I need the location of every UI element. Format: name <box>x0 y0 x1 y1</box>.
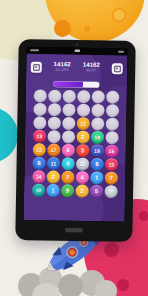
bubble-12[interactable]: 12 <box>32 143 47 157</box>
bubble-20[interactable]: 20 <box>75 157 90 171</box>
empty-bubble <box>91 90 106 104</box>
signal-icon <box>30 49 39 51</box>
empty-bubble <box>47 89 62 103</box>
bubble-1[interactable]: 1 <box>89 171 104 185</box>
bubble-20[interactable]: 20 <box>104 184 119 198</box>
empty-bubble <box>47 116 62 130</box>
tablet-screen: 14162 SCORE 14162 BEST 1213216121743 <box>24 47 128 222</box>
score-label: SCORE <box>54 68 71 72</box>
bubble-12[interactable]: 12 <box>76 117 91 131</box>
bubble-9[interactable]: 9 <box>60 184 75 198</box>
empty-bubble <box>62 89 77 103</box>
bubble-17[interactable]: 17 <box>46 143 61 157</box>
bubble-4[interactable]: 4 <box>61 143 76 157</box>
bubble-8[interactable]: 8 <box>31 156 46 170</box>
bubble-6[interactable]: 6 <box>60 157 75 171</box>
bubble-16[interactable]: 16 <box>90 130 105 144</box>
bubble-14[interactable]: 14 <box>31 170 46 184</box>
crater <box>112 8 126 22</box>
bubble-4[interactable]: 4 <box>75 170 90 184</box>
status-time <box>75 49 81 52</box>
front-camera-icon <box>76 43 79 46</box>
empty-bubble <box>105 90 120 104</box>
crater <box>54 20 71 37</box>
bubble-1[interactable]: 1 <box>46 183 61 197</box>
empty-bubble <box>47 102 62 116</box>
bubble-5[interactable]: 5 <box>89 184 104 198</box>
tablet-device: 14162 SCORE 14162 BEST 1213216121743 <box>15 39 135 242</box>
empty-bubble <box>61 130 76 144</box>
empty-bubble <box>61 116 76 130</box>
bubble-10[interactable]: 10 <box>31 183 46 197</box>
crater <box>139 211 148 221</box>
empty-bubble <box>33 89 48 103</box>
bubble-2[interactable]: 2 <box>75 130 90 144</box>
empty-bubble <box>32 102 47 116</box>
best-label: BEST <box>83 68 100 72</box>
crater <box>84 26 90 32</box>
empty-bubble <box>32 116 47 130</box>
empty-bubble <box>105 117 120 131</box>
home-indicator[interactable] <box>65 228 83 233</box>
bubble-8[interactable]: 8 <box>89 157 104 171</box>
level-progress-fill <box>53 81 83 88</box>
level-progress-bar <box>53 81 100 88</box>
rocket-illustration <box>43 234 123 294</box>
bubble-grid: 1213216121743191581162081314274171019252… <box>31 89 120 199</box>
settings-button[interactable] <box>112 63 123 74</box>
empty-bubble <box>46 129 61 143</box>
settings-icon <box>114 65 121 72</box>
empty-bubble <box>90 117 105 131</box>
bubble-11[interactable]: 11 <box>46 156 61 170</box>
empty-bubble <box>76 90 91 104</box>
teal-blob <box>0 107 18 163</box>
bubble-13[interactable]: 13 <box>104 158 119 172</box>
score-block: 14162 SCORE <box>54 61 71 72</box>
bubble-13[interactable]: 13 <box>32 129 47 143</box>
bubble-2[interactable]: 2 <box>75 184 90 198</box>
bubble-3[interactable]: 3 <box>75 143 90 157</box>
battery-icon <box>118 51 124 53</box>
empty-bubble <box>104 131 119 145</box>
bubble-15[interactable]: 15 <box>104 144 119 158</box>
bubble-2[interactable]: 2 <box>46 170 61 184</box>
bubble-7[interactable]: 7 <box>104 171 119 185</box>
empty-bubble <box>105 104 120 118</box>
empty-bubble <box>76 103 91 117</box>
game-screen: 14162 SCORE 14162 BEST 1213216121743 <box>24 54 128 222</box>
planet-illustration <box>45 0 145 42</box>
empty-bubble <box>61 103 76 117</box>
scene-background: 14162 SCORE 14162 BEST 1213216121743 <box>0 0 148 296</box>
best-block: 14162 BEST <box>83 62 100 73</box>
empty-bubble <box>90 103 105 117</box>
bubble-19[interactable]: 19 <box>90 144 105 158</box>
bubble-7[interactable]: 7 <box>60 170 75 184</box>
